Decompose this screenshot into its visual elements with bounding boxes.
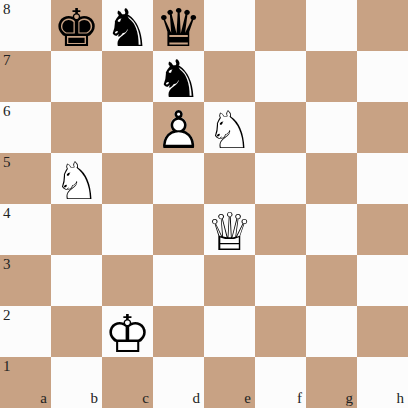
white-queen[interactable]: ♛♕ [204, 204, 255, 255]
square-f3[interactable] [255, 255, 306, 306]
square-f5[interactable] [255, 153, 306, 204]
square-h7[interactable] [357, 51, 408, 102]
file-label-f: f [297, 391, 302, 406]
white-king-glyph: ♔ [102, 306, 153, 357]
white-knight-glyph: ♘ [204, 102, 255, 153]
square-h3[interactable] [357, 255, 408, 306]
white-knight[interactable]: ♞♘ [51, 153, 102, 204]
square-g4[interactable] [306, 204, 357, 255]
square-b6[interactable] [51, 102, 102, 153]
square-g6[interactable] [306, 102, 357, 153]
square-h6[interactable] [357, 102, 408, 153]
file-label-c: c [142, 391, 149, 406]
rank-label-8: 8 [3, 2, 11, 17]
square-f2[interactable] [255, 306, 306, 357]
rank-label-5: 5 [3, 155, 11, 170]
square-d1[interactable]: d [153, 357, 204, 408]
square-c1[interactable]: c [102, 357, 153, 408]
square-e3[interactable] [204, 255, 255, 306]
file-label-d: d [193, 391, 201, 406]
square-g2[interactable] [306, 306, 357, 357]
black-knight-glyph: ♞ [102, 0, 153, 51]
square-a4[interactable]: 4 [0, 204, 51, 255]
white-knight-glyph: ♘ [51, 153, 102, 204]
square-b5[interactable]: ♞♘ [51, 153, 102, 204]
square-a7[interactable]: 7 [0, 51, 51, 102]
white-pawn[interactable]: ♟♙ [153, 102, 204, 153]
square-e1[interactable]: e [204, 357, 255, 408]
black-knight[interactable]: ♞ [153, 51, 204, 102]
square-f7[interactable] [255, 51, 306, 102]
square-e4[interactable]: ♛♕ [204, 204, 255, 255]
square-b7[interactable] [51, 51, 102, 102]
square-d4[interactable] [153, 204, 204, 255]
square-c3[interactable] [102, 255, 153, 306]
chess-board-wrapper: 8♚♞♛7♞6♟♙♞♘5♞♘4♛♕32♚♔1abcdefgh [0, 0, 408, 408]
square-e7[interactable] [204, 51, 255, 102]
square-d2[interactable] [153, 306, 204, 357]
square-c4[interactable] [102, 204, 153, 255]
square-h2[interactable] [357, 306, 408, 357]
white-pawn-glyph: ♙ [153, 102, 204, 153]
square-a2[interactable]: 2 [0, 306, 51, 357]
rank-label-6: 6 [3, 104, 11, 119]
square-c2[interactable]: ♚♔ [102, 306, 153, 357]
square-e2[interactable] [204, 306, 255, 357]
square-f1[interactable]: f [255, 357, 306, 408]
square-a3[interactable]: 3 [0, 255, 51, 306]
chess-board: 8♚♞♛7♞6♟♙♞♘5♞♘4♛♕32♚♔1abcdefgh [0, 0, 408, 408]
black-king[interactable]: ♚ [51, 0, 102, 51]
black-queen[interactable]: ♛ [153, 0, 204, 51]
file-label-g: g [346, 391, 354, 406]
square-f6[interactable] [255, 102, 306, 153]
square-c7[interactable] [102, 51, 153, 102]
square-b8[interactable]: ♚ [51, 0, 102, 51]
square-h1[interactable]: h [357, 357, 408, 408]
black-knight[interactable]: ♞ [102, 0, 153, 51]
square-e6[interactable]: ♞♘ [204, 102, 255, 153]
rank-label-1: 1 [3, 359, 11, 374]
file-label-e: e [244, 391, 251, 406]
black-queen-glyph: ♛ [153, 0, 204, 51]
square-a8[interactable]: 8 [0, 0, 51, 51]
square-d6[interactable]: ♟♙ [153, 102, 204, 153]
square-g1[interactable]: g [306, 357, 357, 408]
square-d5[interactable] [153, 153, 204, 204]
black-king-glyph: ♚ [51, 0, 102, 51]
square-e8[interactable] [204, 0, 255, 51]
square-a1[interactable]: 1a [0, 357, 51, 408]
square-h5[interactable] [357, 153, 408, 204]
square-g3[interactable] [306, 255, 357, 306]
square-a6[interactable]: 6 [0, 102, 51, 153]
square-b2[interactable] [51, 306, 102, 357]
rank-label-7: 7 [3, 53, 11, 68]
square-a5[interactable]: 5 [0, 153, 51, 204]
square-b3[interactable] [51, 255, 102, 306]
black-knight-glyph: ♞ [153, 51, 204, 102]
file-label-b: b [91, 391, 99, 406]
square-f8[interactable] [255, 0, 306, 51]
square-g8[interactable] [306, 0, 357, 51]
file-label-a: a [40, 391, 47, 406]
square-b4[interactable] [51, 204, 102, 255]
square-f4[interactable] [255, 204, 306, 255]
square-d3[interactable] [153, 255, 204, 306]
square-e5[interactable] [204, 153, 255, 204]
white-queen-glyph: ♕ [204, 204, 255, 255]
rank-label-4: 4 [3, 206, 11, 221]
square-h4[interactable] [357, 204, 408, 255]
square-c6[interactable] [102, 102, 153, 153]
square-d8[interactable]: ♛ [153, 0, 204, 51]
square-d7[interactable]: ♞ [153, 51, 204, 102]
square-c5[interactable] [102, 153, 153, 204]
square-g5[interactable] [306, 153, 357, 204]
white-knight[interactable]: ♞♘ [204, 102, 255, 153]
square-b1[interactable]: b [51, 357, 102, 408]
square-c8[interactable]: ♞ [102, 0, 153, 51]
file-label-h: h [397, 391, 405, 406]
square-g7[interactable] [306, 51, 357, 102]
rank-label-3: 3 [3, 257, 11, 272]
square-h8[interactable] [357, 0, 408, 51]
white-king[interactable]: ♚♔ [102, 306, 153, 357]
rank-label-2: 2 [3, 308, 11, 323]
